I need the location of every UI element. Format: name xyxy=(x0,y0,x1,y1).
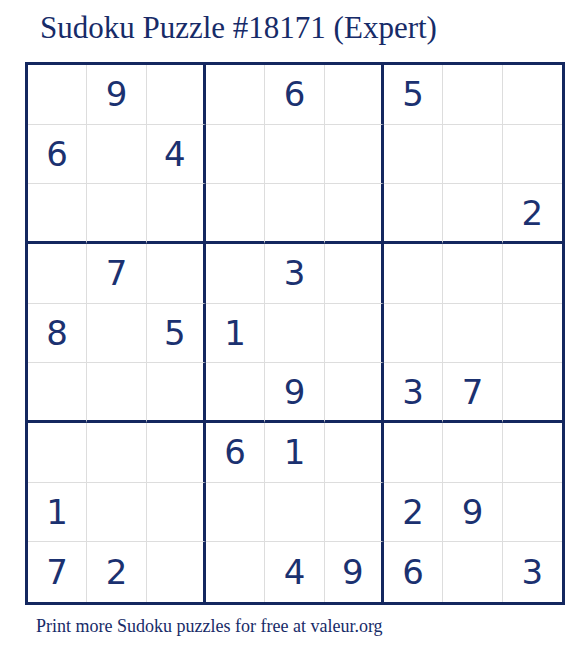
sudoku-cell-r5c8[interactable] xyxy=(443,304,502,364)
sudoku-cell-r2c7[interactable] xyxy=(384,125,443,185)
sudoku-cell-r7c8[interactable] xyxy=(443,423,502,483)
sudoku-cell-r8c6[interactable] xyxy=(325,483,384,543)
sudoku-cell-r1c6[interactable] xyxy=(325,65,384,125)
sudoku-cell-r5c9[interactable] xyxy=(503,304,562,364)
sudoku-cell-r4c1[interactable] xyxy=(28,244,87,304)
sudoku-cell-r5c5[interactable] xyxy=(265,304,324,364)
sudoku-cell-r1c7[interactable]: 5 xyxy=(384,65,443,125)
sudoku-cell-r3c9[interactable]: 2 xyxy=(503,184,562,244)
sudoku-cell-r7c2[interactable] xyxy=(87,423,146,483)
sudoku-cell-r6c6[interactable] xyxy=(325,363,384,423)
sudoku-cell-r4c9[interactable] xyxy=(503,244,562,304)
sudoku-cell-r8c2[interactable] xyxy=(87,483,146,543)
sudoku-cell-r8c8[interactable]: 9 xyxy=(443,483,502,543)
sudoku-cell-r4c8[interactable] xyxy=(443,244,502,304)
sudoku-cell-r8c7[interactable]: 2 xyxy=(384,483,443,543)
sudoku-cell-r9c1[interactable]: 7 xyxy=(28,542,87,602)
sudoku-cell-r9c8[interactable] xyxy=(443,542,502,602)
sudoku-cell-r6c5[interactable]: 9 xyxy=(265,363,324,423)
sudoku-cell-r2c2[interactable] xyxy=(87,125,146,185)
sudoku-cell-r5c1[interactable]: 8 xyxy=(28,304,87,364)
sudoku-cell-r8c5[interactable] xyxy=(265,483,324,543)
sudoku-cell-r3c1[interactable] xyxy=(28,184,87,244)
sudoku-board: 9656427385193761129724963 xyxy=(25,62,565,605)
sudoku-cell-r3c6[interactable] xyxy=(325,184,384,244)
sudoku-cell-r9c6[interactable]: 9 xyxy=(325,542,384,602)
sudoku-cell-r2c4[interactable] xyxy=(206,125,265,185)
sudoku-cell-r9c9[interactable]: 3 xyxy=(503,542,562,602)
sudoku-cell-r7c9[interactable] xyxy=(503,423,562,483)
sudoku-cell-r7c1[interactable] xyxy=(28,423,87,483)
puzzle-title: Sudoku Puzzle #18171 (Expert) xyxy=(40,10,437,46)
sudoku-cell-r9c5[interactable]: 4 xyxy=(265,542,324,602)
sudoku-cell-r4c2[interactable]: 7 xyxy=(87,244,146,304)
sudoku-cell-r5c7[interactable] xyxy=(384,304,443,364)
sudoku-cell-r2c8[interactable] xyxy=(443,125,502,185)
sudoku-cell-r5c3[interactable]: 5 xyxy=(147,304,206,364)
sudoku-cell-r4c4[interactable] xyxy=(206,244,265,304)
sudoku-cell-r7c5[interactable]: 1 xyxy=(265,423,324,483)
sudoku-cell-r1c9[interactable] xyxy=(503,65,562,125)
sudoku-cell-r1c3[interactable] xyxy=(147,65,206,125)
sudoku-cell-r1c4[interactable] xyxy=(206,65,265,125)
sudoku-cell-r6c2[interactable] xyxy=(87,363,146,423)
footer-text: Print more Sudoku puzzles for free at va… xyxy=(36,616,383,637)
sudoku-cell-r6c9[interactable] xyxy=(503,363,562,423)
sudoku-cell-r7c6[interactable] xyxy=(325,423,384,483)
sudoku-cell-r3c8[interactable] xyxy=(443,184,502,244)
sudoku-cell-r6c4[interactable] xyxy=(206,363,265,423)
sudoku-cell-r7c3[interactable] xyxy=(147,423,206,483)
sudoku-cell-r3c5[interactable] xyxy=(265,184,324,244)
sudoku-cell-r9c2[interactable]: 2 xyxy=(87,542,146,602)
sudoku-cell-r2c5[interactable] xyxy=(265,125,324,185)
sudoku-cell-r7c4[interactable]: 6 xyxy=(206,423,265,483)
sudoku-cell-r6c8[interactable]: 7 xyxy=(443,363,502,423)
sudoku-cell-r9c4[interactable] xyxy=(206,542,265,602)
sudoku-cell-r9c7[interactable]: 6 xyxy=(384,542,443,602)
sudoku-cell-r8c9[interactable] xyxy=(503,483,562,543)
sudoku-cell-r7c7[interactable] xyxy=(384,423,443,483)
sudoku-cell-r1c1[interactable] xyxy=(28,65,87,125)
sudoku-cell-r3c2[interactable] xyxy=(87,184,146,244)
sudoku-cell-r2c3[interactable]: 4 xyxy=(147,125,206,185)
sudoku-cell-r6c3[interactable] xyxy=(147,363,206,423)
sudoku-cell-r8c3[interactable] xyxy=(147,483,206,543)
sudoku-cell-r5c6[interactable] xyxy=(325,304,384,364)
sudoku-cell-r4c5[interactable]: 3 xyxy=(265,244,324,304)
sudoku-cell-r4c7[interactable] xyxy=(384,244,443,304)
sudoku-cell-r1c5[interactable]: 6 xyxy=(265,65,324,125)
sudoku-cell-r2c6[interactable] xyxy=(325,125,384,185)
sudoku-cell-r8c4[interactable] xyxy=(206,483,265,543)
sudoku-cell-r6c1[interactable] xyxy=(28,363,87,423)
sudoku-cell-r3c4[interactable] xyxy=(206,184,265,244)
sudoku-cell-r6c7[interactable]: 3 xyxy=(384,363,443,423)
sudoku-cell-r3c3[interactable] xyxy=(147,184,206,244)
sudoku-cell-r5c2[interactable] xyxy=(87,304,146,364)
sudoku-cell-r1c2[interactable]: 9 xyxy=(87,65,146,125)
sudoku-cell-r9c3[interactable] xyxy=(147,542,206,602)
sudoku-cell-r4c6[interactable] xyxy=(325,244,384,304)
sudoku-cell-r8c1[interactable]: 1 xyxy=(28,483,87,543)
sudoku-cell-r5c4[interactable]: 1 xyxy=(206,304,265,364)
sudoku-cell-r2c1[interactable]: 6 xyxy=(28,125,87,185)
sudoku-cell-r2c9[interactable] xyxy=(503,125,562,185)
sudoku-cell-r4c3[interactable] xyxy=(147,244,206,304)
sudoku-cell-r3c7[interactable] xyxy=(384,184,443,244)
sudoku-cell-r1c8[interactable] xyxy=(443,65,502,125)
